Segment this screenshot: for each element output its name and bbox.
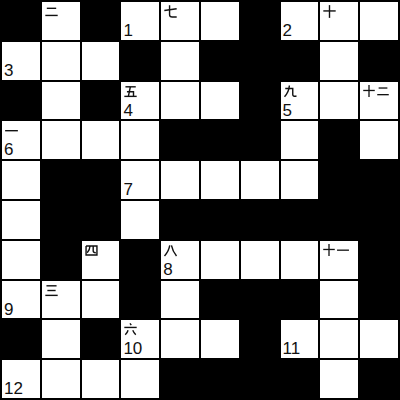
entry-cell-r3c1[interactable]: [42, 121, 80, 159]
entry-cell-r8c8[interactable]: [320, 320, 358, 358]
down-clue-label: [322, 243, 350, 257]
entry-cell-r5c3[interactable]: [121, 201, 159, 239]
block-cell-r5c9: [360, 201, 398, 239]
entry-cell-r7c1[interactable]: [42, 281, 80, 319]
entry-cell-r1c1[interactable]: [42, 42, 80, 80]
entry-cell-r2c5[interactable]: [201, 82, 239, 120]
across-clue-number: 10: [123, 340, 142, 358]
block-cell-r5c1: [42, 201, 80, 239]
entry-cell-r4c7[interactable]: [281, 161, 319, 199]
entry-cell-r8c9[interactable]: [360, 320, 398, 358]
block-cell-r1c3: [121, 42, 159, 80]
down-clue-label: [163, 243, 178, 258]
block-cell-r1c6: [241, 42, 279, 80]
entry-cell-r4c6[interactable]: [241, 161, 279, 199]
entry-cell-r2c1[interactable]: [42, 82, 80, 120]
down-clue-label: [163, 4, 178, 19]
entry-cell-r9c2[interactable]: [82, 360, 120, 398]
kanji-十-glyph: [362, 84, 376, 98]
block-cell-r0c0: [2, 2, 40, 40]
block-cell-r7c9: [360, 281, 398, 319]
across-clue-number: 12: [4, 380, 23, 398]
block-cell-r7c7: [281, 281, 319, 319]
entry-cell-r4c5[interactable]: [201, 161, 239, 199]
block-cell-r7c6: [241, 281, 279, 319]
block-cell-r8c0: [2, 320, 40, 358]
entry-cell-r5c0[interactable]: [2, 201, 40, 239]
kanji-七-glyph: [163, 4, 178, 19]
block-cell-r6c1: [42, 241, 80, 279]
block-cell-r4c9: [360, 161, 398, 199]
across-clue-number: 3: [4, 62, 13, 80]
crossword-board: 123456789101112: [0, 0, 400, 400]
entry-cell-r2c9[interactable]: [360, 82, 398, 120]
entry-cell-r1c8[interactable]: [320, 42, 358, 80]
entry-cell-r6c6[interactable]: [241, 241, 279, 279]
block-cell-r7c5: [201, 281, 239, 319]
entry-cell-r3c9[interactable]: [360, 121, 398, 159]
entry-cell-r1c4[interactable]: [161, 42, 199, 80]
entry-cell-r4c0[interactable]: [2, 161, 40, 199]
block-cell-r3c5: [201, 121, 239, 159]
kanji-九-glyph: [283, 84, 298, 99]
block-cell-r4c8: [320, 161, 358, 199]
block-cell-r8c2: [82, 320, 120, 358]
kanji-五-glyph: [123, 84, 138, 99]
block-cell-r9c4: [161, 360, 199, 398]
entry-cell-r4c3[interactable]: 7: [121, 161, 159, 199]
entry-cell-r6c8[interactable]: [320, 241, 358, 279]
entry-cell-r8c3[interactable]: 10: [121, 320, 159, 358]
entry-cell-r0c5[interactable]: [201, 2, 239, 40]
entry-cell-r3c0[interactable]: 6: [2, 121, 40, 159]
entry-cell-r9c3[interactable]: [121, 360, 159, 398]
block-cell-r1c7: [281, 42, 319, 80]
entry-cell-r1c0[interactable]: 3: [2, 42, 40, 80]
down-clue-label: [44, 4, 59, 19]
block-cell-r5c8: [320, 201, 358, 239]
across-clue-number: 11: [283, 340, 301, 358]
entry-cell-r6c2[interactable]: [82, 241, 120, 279]
entry-cell-r7c4[interactable]: [161, 281, 199, 319]
entry-cell-r8c4[interactable]: [161, 320, 199, 358]
block-cell-r5c4: [161, 201, 199, 239]
block-cell-r9c9: [360, 360, 398, 398]
entry-cell-r6c4[interactable]: 8: [161, 241, 199, 279]
entry-cell-r8c7[interactable]: 11: [281, 320, 319, 358]
across-clue-number: 8: [163, 261, 172, 279]
entry-cell-r0c8[interactable]: [320, 2, 358, 40]
entry-cell-r2c3[interactable]: 4: [121, 82, 159, 120]
across-clue-number: 6: [4, 141, 13, 159]
entry-cell-r1c2[interactable]: [82, 42, 120, 80]
entry-cell-r2c7[interactable]: 5: [281, 82, 319, 120]
entry-cell-r7c8[interactable]: [320, 281, 358, 319]
entry-cell-r9c8[interactable]: [320, 360, 358, 398]
entry-cell-r8c5[interactable]: [201, 320, 239, 358]
down-clue-label: [84, 243, 99, 258]
kanji-十-glyph: [322, 243, 336, 257]
entry-cell-r2c8[interactable]: [320, 82, 358, 120]
entry-cell-r7c0[interactable]: 9: [2, 281, 40, 319]
entry-cell-r0c4[interactable]: [161, 2, 199, 40]
block-cell-r4c2: [82, 161, 120, 199]
entry-cell-r0c3[interactable]: 1: [121, 2, 159, 40]
block-cell-r7c3: [121, 281, 159, 319]
entry-cell-r4c4[interactable]: [161, 161, 199, 199]
across-clue-number: 7: [123, 181, 132, 199]
down-clue-label: [4, 123, 19, 138]
block-cell-r1c5: [201, 42, 239, 80]
block-cell-r9c7: [281, 360, 319, 398]
entry-cell-r6c5[interactable]: [201, 241, 239, 279]
down-clue-label: [283, 84, 298, 99]
kanji-二-glyph: [44, 4, 59, 19]
kanji-三-glyph: [44, 283, 59, 298]
block-cell-r2c2: [82, 82, 120, 120]
entry-cell-r6c7[interactable]: [281, 241, 319, 279]
block-cell-r9c6: [241, 360, 279, 398]
kanji-一-glyph: [336, 243, 350, 257]
entry-cell-r9c0[interactable]: 12: [2, 360, 40, 398]
entry-cell-r0c9[interactable]: [360, 2, 398, 40]
kanji-十-glyph: [322, 4, 337, 19]
kanji-八-glyph: [163, 243, 178, 258]
entry-cell-r3c7[interactable]: [281, 121, 319, 159]
down-clue-label: [123, 322, 138, 337]
entry-cell-r3c2[interactable]: [82, 121, 120, 159]
entry-cell-r3c3[interactable]: [121, 121, 159, 159]
block-cell-r9c5: [201, 360, 239, 398]
kanji-四-glyph: [84, 243, 99, 258]
down-clue-label: [322, 4, 337, 19]
block-cell-r0c6: [241, 2, 279, 40]
block-cell-r5c6: [241, 201, 279, 239]
block-cell-r0c2: [82, 2, 120, 40]
block-cell-r6c9: [360, 241, 398, 279]
block-cell-r5c5: [201, 201, 239, 239]
block-cell-r4c1: [42, 161, 80, 199]
entry-cell-r2c4[interactable]: [161, 82, 199, 120]
across-clue-number: 1: [123, 22, 132, 40]
entry-cell-r0c1[interactable]: [42, 2, 80, 40]
entry-cell-r7c2[interactable]: [82, 281, 120, 319]
across-clue-number: 4: [123, 102, 132, 120]
down-clue-label: [44, 283, 59, 298]
kanji-二-glyph: [376, 84, 390, 98]
block-cell-r3c4: [161, 121, 199, 159]
kanji-一-glyph: [4, 123, 19, 138]
across-clue-number: 5: [283, 102, 292, 120]
entry-cell-r9c1[interactable]: [42, 360, 80, 398]
entry-cell-r0c7[interactable]: 2: [281, 2, 319, 40]
block-cell-r5c7: [281, 201, 319, 239]
down-clue-label: [362, 84, 390, 98]
block-cell-r1c9: [360, 42, 398, 80]
block-cell-r2c0: [2, 82, 40, 120]
kanji-六-glyph: [123, 322, 138, 337]
down-clue-label: [123, 84, 138, 99]
block-cell-r3c8: [320, 121, 358, 159]
block-cell-r6c3: [121, 241, 159, 279]
across-clue-number: 2: [283, 22, 292, 40]
block-cell-r5c2: [82, 201, 120, 239]
block-cell-r2c6: [241, 82, 279, 120]
entry-cell-r6c0[interactable]: [2, 241, 40, 279]
entry-cell-r8c1[interactable]: [42, 320, 80, 358]
block-cell-r3c6: [241, 121, 279, 159]
across-clue-number: 9: [4, 301, 13, 319]
block-cell-r8c6: [241, 320, 279, 358]
